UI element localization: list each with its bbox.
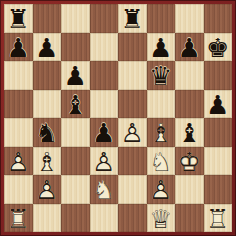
white-rook-outline-icon: ♖ bbox=[204, 204, 233, 233]
piece-black-pawn[interactable]: ♟ bbox=[147, 33, 176, 62]
screenshot: ♜♜♟♟♟♟♚♟♛♝♟♞♟♟♙♝♗♝♟♙♝♗♟♙♞♘♚♔♟♙♞♘♟♙♜♖♛♕♜♖ bbox=[0, 0, 236, 236]
white-pawn-outline-icon: ♙ bbox=[33, 176, 62, 205]
square-d1[interactable] bbox=[90, 204, 119, 233]
square-f8[interactable] bbox=[147, 4, 176, 33]
white-pawn-outline-icon: ♙ bbox=[118, 119, 147, 148]
piece-white-queen[interactable]: ♛♕ bbox=[147, 204, 176, 233]
square-h1[interactable]: ♜♖ bbox=[204, 204, 233, 233]
square-g3[interactable]: ♚♔ bbox=[175, 147, 204, 176]
square-g2[interactable] bbox=[175, 175, 204, 204]
board-frame: ♜♜♟♟♟♟♚♟♛♝♟♞♟♟♙♝♗♝♟♙♝♗♟♙♞♘♚♔♟♙♞♘♟♙♜♖♛♕♜♖ bbox=[0, 0, 236, 236]
piece-black-pawn[interactable]: ♟ bbox=[90, 118, 119, 147]
piece-white-bishop[interactable]: ♝♗ bbox=[33, 147, 62, 176]
square-b8[interactable] bbox=[33, 4, 62, 33]
piece-white-pawn[interactable]: ♟♙ bbox=[33, 175, 62, 204]
square-g4[interactable]: ♝ bbox=[175, 118, 204, 147]
square-d2[interactable]: ♞♘ bbox=[90, 175, 119, 204]
square-c1[interactable] bbox=[61, 204, 90, 233]
black-queen-icon: ♛ bbox=[147, 62, 176, 91]
black-rook-icon: ♜ bbox=[4, 5, 33, 34]
square-b6[interactable] bbox=[33, 61, 62, 90]
black-pawn-icon: ♟ bbox=[175, 33, 204, 62]
piece-white-rook[interactable]: ♜♖ bbox=[204, 204, 233, 233]
white-rook-outline-icon: ♖ bbox=[4, 204, 33, 233]
black-bishop-icon: ♝ bbox=[61, 90, 90, 119]
black-knight-icon: ♞ bbox=[33, 119, 62, 148]
piece-black-rook[interactable]: ♜ bbox=[4, 4, 33, 33]
square-f3[interactable]: ♞♘ bbox=[147, 147, 176, 176]
square-f1[interactable]: ♛♕ bbox=[147, 204, 176, 233]
piece-white-pawn[interactable]: ♟♙ bbox=[147, 175, 176, 204]
piece-white-king[interactable]: ♚♔ bbox=[175, 147, 204, 176]
square-g5[interactable] bbox=[175, 90, 204, 119]
square-b7[interactable]: ♟ bbox=[33, 33, 62, 62]
square-c7[interactable] bbox=[61, 33, 90, 62]
square-a2[interactable] bbox=[4, 175, 33, 204]
piece-black-knight[interactable]: ♞ bbox=[33, 118, 62, 147]
white-king-outline-icon: ♔ bbox=[175, 147, 204, 176]
square-e5[interactable] bbox=[118, 90, 147, 119]
square-f7[interactable]: ♟ bbox=[147, 33, 176, 62]
square-a3[interactable]: ♟♙ bbox=[4, 147, 33, 176]
square-c3[interactable] bbox=[61, 147, 90, 176]
square-d5[interactable] bbox=[90, 90, 119, 119]
square-a8[interactable]: ♜ bbox=[4, 4, 33, 33]
square-e1[interactable] bbox=[118, 204, 147, 233]
black-pawn-icon: ♟ bbox=[90, 119, 119, 148]
black-king-icon: ♚ bbox=[204, 33, 233, 62]
square-f5[interactable] bbox=[147, 90, 176, 119]
square-b4[interactable]: ♞ bbox=[33, 118, 62, 147]
square-g6[interactable] bbox=[175, 61, 204, 90]
piece-black-bishop[interactable]: ♝ bbox=[175, 118, 204, 147]
square-f4[interactable]: ♝♗ bbox=[147, 118, 176, 147]
black-pawn-icon: ♟ bbox=[4, 33, 33, 62]
white-pawn-outline-icon: ♙ bbox=[147, 176, 176, 205]
black-rook-icon: ♜ bbox=[118, 5, 147, 34]
white-pawn-outline-icon: ♙ bbox=[4, 147, 33, 176]
square-c5[interactable]: ♝ bbox=[61, 90, 90, 119]
piece-white-knight[interactable]: ♞♘ bbox=[147, 147, 176, 176]
square-d4[interactable]: ♟ bbox=[90, 118, 119, 147]
square-e4[interactable]: ♟♙ bbox=[118, 118, 147, 147]
square-a1[interactable]: ♜♖ bbox=[4, 204, 33, 233]
square-a7[interactable]: ♟ bbox=[4, 33, 33, 62]
chess-board: ♜♜♟♟♟♟♚♟♛♝♟♞♟♟♙♝♗♝♟♙♝♗♟♙♞♘♚♔♟♙♞♘♟♙♜♖♛♕♜♖ bbox=[4, 4, 232, 232]
black-bishop-icon: ♝ bbox=[175, 119, 204, 148]
square-e3[interactable] bbox=[118, 147, 147, 176]
square-c2[interactable] bbox=[61, 175, 90, 204]
piece-black-pawn[interactable]: ♟ bbox=[4, 33, 33, 62]
square-g8[interactable] bbox=[175, 4, 204, 33]
piece-black-bishop[interactable]: ♝ bbox=[61, 90, 90, 119]
black-pawn-icon: ♟ bbox=[147, 33, 176, 62]
square-d6[interactable] bbox=[90, 61, 119, 90]
piece-white-pawn[interactable]: ♟♙ bbox=[4, 147, 33, 176]
piece-black-queen[interactable]: ♛ bbox=[147, 61, 176, 90]
white-bishop-outline-icon: ♗ bbox=[33, 147, 62, 176]
piece-white-pawn[interactable]: ♟♙ bbox=[118, 118, 147, 147]
square-g7[interactable]: ♟ bbox=[175, 33, 204, 62]
square-h4[interactable] bbox=[204, 118, 233, 147]
square-a5[interactable] bbox=[4, 90, 33, 119]
square-h8[interactable] bbox=[204, 4, 233, 33]
piece-black-rook[interactable]: ♜ bbox=[118, 4, 147, 33]
square-c6[interactable]: ♟ bbox=[61, 61, 90, 90]
piece-black-pawn[interactable]: ♟ bbox=[33, 33, 62, 62]
square-b2[interactable]: ♟♙ bbox=[33, 175, 62, 204]
square-c8[interactable] bbox=[61, 4, 90, 33]
square-a6[interactable] bbox=[4, 61, 33, 90]
piece-white-knight[interactable]: ♞♘ bbox=[90, 175, 119, 204]
piece-white-pawn[interactable]: ♟♙ bbox=[90, 147, 119, 176]
white-queen-outline-icon: ♕ bbox=[147, 204, 176, 233]
square-e2[interactable] bbox=[118, 175, 147, 204]
black-pawn-icon: ♟ bbox=[204, 90, 233, 119]
square-a4[interactable] bbox=[4, 118, 33, 147]
white-knight-outline-icon: ♘ bbox=[147, 147, 176, 176]
piece-white-bishop[interactable]: ♝♗ bbox=[147, 118, 176, 147]
piece-white-rook[interactable]: ♜♖ bbox=[4, 204, 33, 233]
black-pawn-icon: ♟ bbox=[33, 33, 62, 62]
white-pawn-outline-icon: ♙ bbox=[90, 147, 119, 176]
square-h5[interactable]: ♟ bbox=[204, 90, 233, 119]
square-e6[interactable] bbox=[118, 61, 147, 90]
square-b3[interactable]: ♝♗ bbox=[33, 147, 62, 176]
piece-black-pawn[interactable]: ♟ bbox=[175, 33, 204, 62]
square-c4[interactable] bbox=[61, 118, 90, 147]
square-f6[interactable]: ♛ bbox=[147, 61, 176, 90]
piece-black-pawn[interactable]: ♟ bbox=[61, 61, 90, 90]
white-bishop-outline-icon: ♗ bbox=[147, 119, 176, 148]
white-knight-outline-icon: ♘ bbox=[90, 176, 119, 205]
square-h3[interactable] bbox=[204, 147, 233, 176]
square-b5[interactable] bbox=[33, 90, 62, 119]
square-h6[interactable] bbox=[204, 61, 233, 90]
square-d3[interactable]: ♟♙ bbox=[90, 147, 119, 176]
square-d8[interactable] bbox=[90, 4, 119, 33]
piece-black-pawn[interactable]: ♟ bbox=[204, 90, 233, 119]
piece-black-king[interactable]: ♚ bbox=[204, 33, 233, 62]
square-e8[interactable]: ♜ bbox=[118, 4, 147, 33]
square-h2[interactable] bbox=[204, 175, 233, 204]
black-pawn-icon: ♟ bbox=[61, 62, 90, 91]
square-g1[interactable] bbox=[175, 204, 204, 233]
square-e7[interactable] bbox=[118, 33, 147, 62]
square-b1[interactable] bbox=[33, 204, 62, 233]
square-d7[interactable] bbox=[90, 33, 119, 62]
square-h7[interactable]: ♚ bbox=[204, 33, 233, 62]
square-f2[interactable]: ♟♙ bbox=[147, 175, 176, 204]
